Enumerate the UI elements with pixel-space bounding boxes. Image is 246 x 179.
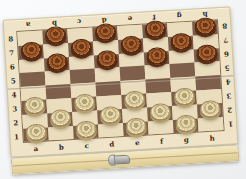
rank-label: 2 [227, 106, 232, 113]
file-label: h [209, 135, 214, 142]
dark-piece[interactable] [46, 53, 68, 71]
square-e1[interactable] [123, 121, 149, 136]
file-label: b [59, 144, 64, 151]
file-label: c [84, 142, 89, 149]
light-piece[interactable] [199, 100, 221, 118]
light-piece[interactable] [73, 93, 95, 111]
rank-label: 5 [224, 64, 229, 71]
board-frame: abcdefgh 87654321 87654321 abcdefgh [3, 6, 239, 158]
rank-label: 3 [226, 92, 231, 99]
light-piece[interactable] [149, 103, 171, 121]
square-d1[interactable] [98, 123, 124, 138]
file-label: a [26, 21, 31, 28]
dark-piece[interactable] [44, 26, 66, 44]
square-a1[interactable] [23, 127, 49, 142]
light-piece[interactable] [175, 115, 197, 133]
square-g1[interactable] [173, 118, 199, 133]
rank-label: 8 [8, 35, 13, 42]
light-piece[interactable] [123, 90, 145, 108]
light-piece[interactable] [23, 96, 45, 114]
rank-label: 4 [225, 78, 230, 85]
file-label: e [127, 15, 132, 22]
file-label: f [160, 138, 163, 145]
checkers-board: abcdefgh 87654321 87654321 abcdefgh [3, 6, 240, 175]
dark-piece[interactable] [170, 32, 192, 50]
light-piece[interactable] [125, 118, 147, 136]
photo-background: abcdefgh 87654321 87654321 abcdefgh [0, 0, 246, 179]
dark-piece[interactable] [94, 23, 116, 41]
dark-piece[interactable] [194, 17, 216, 35]
rank-label: 1 [228, 120, 233, 127]
rank-label: 3 [12, 105, 17, 112]
dark-piece[interactable] [146, 48, 168, 66]
rank-label: 1 [14, 133, 19, 140]
square-c1[interactable] [73, 124, 99, 139]
rank-label: 8 [222, 22, 227, 29]
file-label: g [176, 12, 181, 19]
dark-piece[interactable] [70, 38, 92, 56]
file-label: c [77, 18, 82, 25]
rank-label: 5 [11, 77, 16, 84]
square-h1[interactable] [198, 117, 224, 132]
file-label: g [184, 136, 189, 143]
rank-label: 6 [223, 50, 228, 57]
rank-label: 7 [9, 49, 14, 56]
light-piece[interactable] [25, 124, 47, 142]
rank-label: 7 [223, 36, 228, 43]
file-label: a [33, 145, 38, 152]
light-piece[interactable] [173, 87, 195, 105]
rank-label: 2 [13, 119, 18, 126]
file-label: e [135, 139, 140, 146]
rank-label: 4 [11, 91, 16, 98]
dark-piece[interactable] [120, 35, 142, 53]
dark-piece[interactable] [144, 20, 166, 38]
dark-piece[interactable] [20, 41, 42, 59]
square-b1[interactable] [48, 125, 74, 140]
light-piece[interactable] [75, 121, 97, 139]
light-piece[interactable] [99, 106, 121, 124]
square-f1[interactable] [148, 120, 174, 135]
light-piece[interactable] [49, 109, 71, 127]
rank-label: 6 [10, 63, 15, 70]
latch-icon [111, 155, 131, 165]
dark-piece[interactable] [96, 50, 118, 68]
dark-piece[interactable] [195, 45, 217, 63]
file-label: d [109, 141, 114, 148]
board-squares [16, 19, 224, 143]
